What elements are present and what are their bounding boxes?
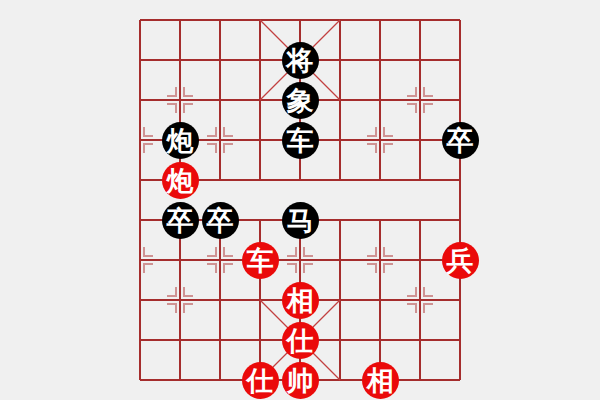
piece-red-soldier[interactable]: 兵: [442, 242, 479, 279]
piece-black-soldier[interactable]: 卒: [162, 202, 199, 239]
piece-black-horse[interactable]: 马: [282, 202, 319, 239]
piece-black-cannon[interactable]: 炮: [162, 122, 199, 159]
piece-red-cannon[interactable]: 炮: [162, 162, 199, 199]
piece-black-soldier[interactable]: 卒: [202, 202, 239, 239]
piece-black-soldier[interactable]: 卒: [442, 122, 479, 159]
piece-red-chariot[interactable]: 车: [242, 242, 279, 279]
piece-black-general[interactable]: 将: [282, 42, 319, 79]
xiangqi-board: 将象炮车卒炮卒卒马车兵相仕仕帅相: [0, 0, 600, 400]
piece-red-elephant[interactable]: 相: [362, 362, 399, 399]
piece-black-elephant[interactable]: 象: [282, 82, 319, 119]
piece-black-chariot[interactable]: 车: [282, 122, 319, 159]
piece-red-advisor[interactable]: 仕: [282, 322, 319, 359]
piece-red-elephant[interactable]: 相: [282, 282, 319, 319]
piece-red-advisor[interactable]: 仕: [242, 362, 279, 399]
piece-red-general[interactable]: 帅: [282, 362, 319, 399]
